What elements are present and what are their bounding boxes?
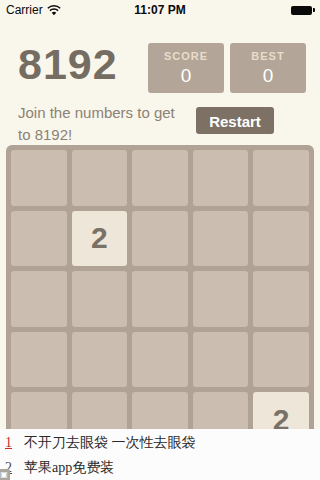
game-title: 8192 [18, 40, 118, 89]
empty-cell [193, 332, 249, 388]
best-value: 0 [230, 65, 306, 87]
empty-cell [253, 271, 309, 327]
board[interactable]: 22 [6, 145, 314, 453]
ad-text: 苹果app免费装 [24, 459, 114, 477]
empty-cell [11, 271, 67, 327]
empty-cell [193, 211, 249, 267]
empty-cell [11, 150, 67, 206]
empty-cell [193, 150, 249, 206]
best-box: BEST 0 [230, 43, 306, 93]
empty-cell [72, 271, 128, 327]
empty-cell [132, 271, 188, 327]
ad-list-item[interactable]: 1不开刀去眼袋 一次性去眼袋 [5, 434, 196, 454]
game-subtitle: Join the numbers to get to 8192! [18, 102, 178, 146]
ad-mark-icon: ▣ [0, 469, 10, 480]
empty-cell [72, 332, 128, 388]
app-screen: 11:07 PM Carrier 8192 Join the numbers t… [0, 0, 320, 480]
empty-cell [132, 150, 188, 206]
empty-cell [72, 150, 128, 206]
empty-cell [253, 332, 309, 388]
score-label: SCORE [148, 50, 224, 62]
tile-2: 2 [72, 211, 128, 267]
restart-button[interactable]: Restart [196, 107, 274, 134]
status-bar: 11:07 PM Carrier [0, 0, 320, 20]
ad-rank: 1 [5, 435, 12, 451]
empty-cell [11, 211, 67, 267]
ad-text: 不开刀去眼袋 一次性去眼袋 [24, 434, 196, 452]
score-value: 0 [148, 65, 224, 87]
empty-cell [253, 211, 309, 267]
empty-cell [132, 211, 188, 267]
battery-icon [291, 6, 312, 15]
ad-banner[interactable]: ▣ 1不开刀去眼袋 一次性去眼袋2苹果app免费装 [0, 429, 320, 480]
empty-cell [253, 150, 309, 206]
score-box: SCORE 0 [148, 43, 224, 93]
ad-list-item[interactable]: 2苹果app免费装 [5, 459, 114, 479]
carrier-label: Carrier [6, 3, 43, 17]
empty-cell [193, 271, 249, 327]
best-label: BEST [230, 50, 306, 62]
empty-cell [132, 332, 188, 388]
empty-cell [11, 332, 67, 388]
wifi-icon [47, 5, 61, 16]
